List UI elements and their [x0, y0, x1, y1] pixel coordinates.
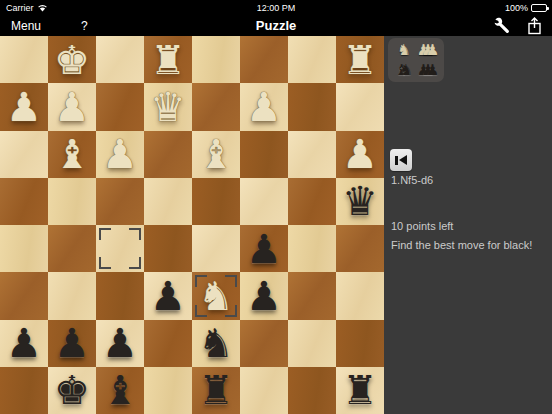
- square-d7[interactable]: ♞: [192, 320, 240, 367]
- square-a1[interactable]: ♜: [336, 36, 384, 83]
- white-rook[interactable]: ♜: [342, 38, 378, 82]
- last-move-label: 1.Nf5-d6: [391, 174, 433, 186]
- square-g7[interactable]: ♟: [48, 320, 96, 367]
- square-c3[interactable]: [240, 131, 288, 178]
- square-h4[interactable]: [0, 178, 48, 225]
- square-f5[interactable]: [96, 225, 144, 272]
- status-bar: Carrier 12:00 PM 100%: [0, 0, 552, 15]
- square-f6[interactable]: [96, 272, 144, 319]
- help-button[interactable]: ?: [81, 19, 88, 33]
- black-pawn[interactable]: ♟: [6, 321, 42, 365]
- square-f3[interactable]: ♟: [96, 131, 144, 178]
- square-e1[interactable]: ♜: [144, 36, 192, 83]
- square-a7[interactable]: [336, 320, 384, 367]
- square-e6[interactable]: ♟: [144, 272, 192, 319]
- square-e8[interactable]: [144, 367, 192, 414]
- skip-to-start-button[interactable]: [390, 149, 412, 171]
- square-a4[interactable]: ♛: [336, 178, 384, 225]
- square-g8[interactable]: ♚: [48, 367, 96, 414]
- captured-black-pieces: ♝♞: [395, 61, 413, 79]
- share-icon[interactable]: [527, 17, 542, 35]
- square-d4[interactable]: [192, 178, 240, 225]
- battery-icon: [531, 4, 547, 12]
- white-rook[interactable]: ♜: [150, 38, 186, 82]
- square-g5[interactable]: [48, 225, 96, 272]
- square-f2[interactable]: [96, 83, 144, 130]
- square-h7[interactable]: ♟: [0, 320, 48, 367]
- square-h2[interactable]: ♟: [0, 83, 48, 130]
- captured-white-pawns: ♟♟♟: [417, 41, 439, 59]
- square-f4[interactable]: [96, 178, 144, 225]
- black-knight[interactable]: ♞: [198, 321, 234, 365]
- square-b6[interactable]: [288, 272, 336, 319]
- white-pawn[interactable]: ♟: [6, 85, 42, 129]
- black-king[interactable]: ♚: [54, 368, 90, 412]
- square-d1[interactable]: [192, 36, 240, 83]
- white-pawn[interactable]: ♟: [246, 85, 282, 129]
- square-c5[interactable]: ♟: [240, 225, 288, 272]
- points-left-label: 10 points left: [391, 220, 453, 232]
- black-pawn[interactable]: ♟: [150, 274, 186, 318]
- square-a6[interactable]: [336, 272, 384, 319]
- black-pawn[interactable]: ♟: [246, 274, 282, 318]
- wrench-icon[interactable]: [494, 17, 511, 34]
- captured-pieces-tray: ♞♟♟♟♝♞♟♟♟: [388, 38, 444, 82]
- black-pawn[interactable]: ♟: [246, 227, 282, 271]
- white-pawn[interactable]: ♟: [342, 132, 378, 176]
- square-g2[interactable]: ♟: [48, 83, 96, 130]
- square-g1[interactable]: ♚: [48, 36, 96, 83]
- square-f7[interactable]: ♟: [96, 320, 144, 367]
- square-f8[interactable]: ♝: [96, 367, 144, 414]
- square-d5[interactable]: [192, 225, 240, 272]
- square-a8[interactable]: ♜: [336, 367, 384, 414]
- nav-bar: Menu ? Puzzle: [0, 15, 552, 36]
- square-d6[interactable]: ♞: [192, 272, 240, 319]
- square-b8[interactable]: [288, 367, 336, 414]
- square-c1[interactable]: [240, 36, 288, 83]
- square-e2[interactable]: ♛: [144, 83, 192, 130]
- skip-bar-icon: [395, 156, 398, 165]
- white-knight[interactable]: ♞: [198, 274, 234, 318]
- square-a5[interactable]: [336, 225, 384, 272]
- sidebar-panel: ♞♟♟♟♝♞♟♟♟ 1.Nf5-d6 10 points left Find t…: [384, 36, 552, 414]
- square-g6[interactable]: [48, 272, 96, 319]
- captured-white-pieces: ♞: [397, 41, 410, 59]
- square-b4[interactable]: [288, 178, 336, 225]
- white-bishop[interactable]: ♝: [198, 132, 234, 176]
- square-b1[interactable]: [288, 36, 336, 83]
- square-a3[interactable]: ♟: [336, 131, 384, 178]
- last-move-marker: [99, 228, 141, 269]
- black-rook[interactable]: ♜: [198, 368, 234, 412]
- square-h6[interactable]: [0, 272, 48, 319]
- black-pawn[interactable]: ♟: [102, 321, 138, 365]
- white-bishop[interactable]: ♝: [54, 132, 90, 176]
- square-d3[interactable]: ♝: [192, 131, 240, 178]
- puzzle-prompt-label: Find the best move for black!: [391, 239, 532, 251]
- skip-triangle-icon: [399, 155, 407, 165]
- square-b7[interactable]: [288, 320, 336, 367]
- square-h8[interactable]: [0, 367, 48, 414]
- white-pawn[interactable]: ♟: [54, 85, 90, 129]
- clock: 12:00 PM: [0, 3, 552, 13]
- square-c8[interactable]: [240, 367, 288, 414]
- square-e7[interactable]: [144, 320, 192, 367]
- black-pawn[interactable]: ♟: [54, 321, 90, 365]
- square-d8[interactable]: ♜: [192, 367, 240, 414]
- square-f1[interactable]: [96, 36, 144, 83]
- square-c7[interactable]: [240, 320, 288, 367]
- square-g3[interactable]: ♝: [48, 131, 96, 178]
- square-a2[interactable]: [336, 83, 384, 130]
- square-b5[interactable]: [288, 225, 336, 272]
- white-pawn[interactable]: ♟: [102, 132, 138, 176]
- square-b3[interactable]: [288, 131, 336, 178]
- square-c4[interactable]: [240, 178, 288, 225]
- white-king[interactable]: ♚: [54, 38, 90, 82]
- captured-black-pawns: ♟♟♟: [417, 61, 439, 79]
- square-h3[interactable]: [0, 131, 48, 178]
- square-c6[interactable]: ♟: [240, 272, 288, 319]
- square-b2[interactable]: [288, 83, 336, 130]
- menu-button[interactable]: Menu: [11, 19, 41, 33]
- square-c2[interactable]: ♟: [240, 83, 288, 130]
- square-g4[interactable]: [48, 178, 96, 225]
- black-queen[interactable]: ♛: [342, 179, 378, 223]
- app-window: Carrier 12:00 PM 100% Menu ? Puzzle: [0, 0, 552, 414]
- black-bishop[interactable]: ♝: [102, 368, 138, 412]
- square-d2[interactable]: [192, 83, 240, 130]
- square-e4[interactable]: [144, 178, 192, 225]
- square-e3[interactable]: [144, 131, 192, 178]
- black-rook[interactable]: ♜: [342, 368, 378, 412]
- chess-board[interactable]: ♚♜♜♟♟♛♟♝♟♝♟♛♟♟♞♟♟♟♟♞♚♝♜♜: [0, 36, 384, 414]
- white-queen[interactable]: ♛: [150, 85, 186, 129]
- square-h1[interactable]: [0, 36, 48, 83]
- square-e5[interactable]: [144, 225, 192, 272]
- square-h5[interactable]: [0, 225, 48, 272]
